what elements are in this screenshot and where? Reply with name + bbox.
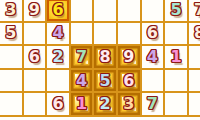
sudoku-cell-r4c4[interactable]: 2	[94, 93, 118, 117]
sudoku-cell-r3c1[interactable]	[24, 70, 48, 94]
sudoku-cell-r3c6[interactable]	[142, 70, 166, 94]
sudoku-cell-r2c1[interactable]: 6	[24, 46, 48, 70]
sudoku-cell-r3c0[interactable]	[0, 70, 24, 94]
sudoku-cell-r3c4[interactable]: 5	[94, 70, 118, 94]
digit-3-tile: 3	[123, 96, 134, 112]
sudoku-cell-r1c1[interactable]	[24, 23, 48, 47]
digit-4-player: 4	[147, 49, 158, 65]
sudoku-cell-r3c7[interactable]	[165, 70, 189, 94]
sudoku-cell-r4c1[interactable]	[24, 93, 48, 117]
digit-7-tile: 7	[76, 49, 87, 65]
sudoku-cell-r2c3[interactable]: 7	[71, 46, 95, 70]
sudoku-cell-r2c5[interactable]: 9	[118, 46, 142, 70]
sudoku-cell-r4c2[interactable]: 6	[47, 93, 71, 117]
digit-9-tile: 9	[123, 49, 134, 65]
sudoku-cell-r1c0[interactable]: 5	[0, 23, 24, 47]
digit-1-player: 1	[170, 49, 181, 65]
sudoku-cell-r1c2[interactable]: 4	[47, 23, 71, 47]
sudoku-cell-r0c1[interactable]: 9	[24, 0, 48, 23]
sudoku-cell-r1c5[interactable]	[118, 23, 142, 47]
sudoku-cell-r2c6[interactable]: 4	[142, 46, 166, 70]
digit-8-tile: 8	[100, 49, 111, 65]
sudoku-cell-r4c7[interactable]	[165, 93, 189, 117]
sudoku-cell-r3c3[interactable]: 4	[71, 70, 95, 94]
digit-2-tile: 2	[100, 96, 111, 112]
sudoku-cell-r2c2[interactable]: 2	[47, 46, 71, 70]
digit-4-player: 4	[52, 25, 63, 41]
sudoku-cell-r1c8[interactable]: 8	[189, 23, 200, 47]
sudoku-cell-r1c4[interactable]	[94, 23, 118, 47]
digit-4-tile: 4	[76, 73, 87, 89]
sudoku-cell-r0c5[interactable]	[118, 0, 142, 23]
sudoku-cell-r3c5[interactable]: 6	[118, 70, 142, 94]
sudoku-cell-r0c2[interactable]: 6	[47, 0, 71, 23]
sudoku-cell-r0c8[interactable]: 7	[189, 0, 200, 23]
sudoku-cell-r1c7[interactable]	[165, 23, 189, 47]
digit-3-clue: 3	[5, 2, 16, 18]
sudoku-cell-r2c8[interactable]	[189, 46, 200, 70]
digit-6-clue: 6	[147, 25, 158, 41]
sudoku-cell-r0c4[interactable]	[94, 0, 118, 23]
sudoku-cell-r4c3[interactable]: 1	[71, 93, 95, 117]
digit-5-player: 5	[170, 2, 181, 18]
digit-8-clue: 8	[194, 25, 200, 41]
digit-6-placed-highlight: 6	[52, 2, 63, 18]
sudoku-cell-r4c0[interactable]	[0, 93, 24, 117]
sudoku-cell-r0c7[interactable]: 5	[165, 0, 189, 23]
sudoku-cell-r0c6[interactable]	[142, 0, 166, 23]
sudoku-cell-r2c4[interactable]: 8	[94, 46, 118, 70]
game-screen: 396575468627894145661237	[0, 0, 200, 120]
sudoku-cell-r0c0[interactable]: 3	[0, 0, 24, 23]
sudoku-cell-r0c3[interactable]	[71, 0, 95, 23]
sudoku-cell-r2c0[interactable]	[0, 46, 24, 70]
digit-5-clue: 5	[5, 25, 16, 41]
digit-7-clue: 7	[194, 2, 200, 18]
sudoku-cell-r3c8[interactable]	[189, 70, 200, 94]
sudoku-cell-r4c6[interactable]: 7	[142, 93, 166, 117]
digit-7-player: 7	[147, 96, 158, 112]
digit-1-tile: 1	[76, 96, 87, 112]
digit-6-clue: 6	[52, 96, 63, 112]
sudoku-board: 396575468627894145661237	[0, 0, 200, 117]
sudoku-cell-r1c6[interactable]: 6	[142, 23, 166, 47]
sudoku-cell-r1c3[interactable]	[71, 23, 95, 47]
sudoku-cell-r4c8[interactable]	[189, 93, 200, 117]
sudoku-cell-r4c5[interactable]: 3	[118, 93, 142, 117]
digit-6-tile: 6	[123, 73, 134, 89]
sudoku-cell-r2c7[interactable]: 1	[165, 46, 189, 70]
digit-2-player: 2	[52, 49, 63, 65]
digit-9-clue: 9	[29, 2, 40, 18]
digit-5-tile: 5	[100, 73, 111, 89]
digit-6-clue: 6	[29, 49, 40, 65]
sudoku-cell-r3c2[interactable]	[47, 70, 71, 94]
